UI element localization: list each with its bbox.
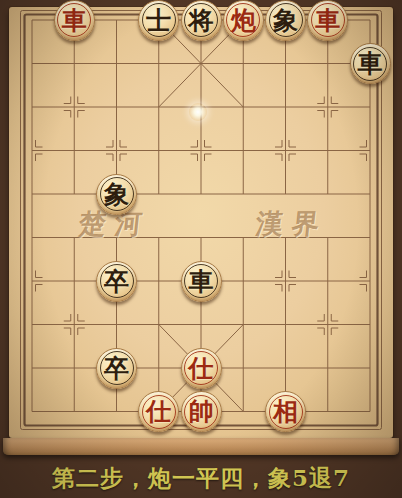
piece-red-r8c4[interactable]: 仕 [181, 348, 222, 389]
move-caption: 第二步，炮一平四，象5退7 [0, 463, 402, 494]
piece-glyph: 車 [189, 269, 214, 294]
piece-black-r6c4[interactable]: 車 [181, 261, 222, 302]
piece-black-r1c8[interactable]: 車 [350, 43, 391, 84]
piece-glyph: 士 [146, 8, 171, 33]
piece-red-r9c3[interactable]: 仕 [138, 391, 179, 432]
piece-black-r0c3[interactable]: 士 [138, 0, 179, 41]
xiangqi-app-window: 楚河 漢界 車士将炮象車車象卒車卒仕仕帥相 第二步，炮一平四，象5退7 [0, 0, 402, 498]
piece-glyph: 帥 [189, 399, 214, 424]
piece-glyph: 車 [62, 8, 87, 33]
piece-glyph: 象 [273, 8, 298, 33]
piece-glyph: 象 [104, 182, 129, 207]
piece-black-r0c4[interactable]: 将 [181, 0, 222, 41]
piece-black-r0c6[interactable]: 象 [265, 0, 306, 41]
piece-glyph: 相 [273, 399, 298, 424]
piece-glyph: 将 [189, 8, 214, 33]
piece-red-r0c5[interactable]: 炮 [223, 0, 264, 41]
piece-black-r8c2[interactable]: 卒 [96, 348, 137, 389]
piece-glyph: 炮 [231, 8, 256, 33]
piece-glyph: 仕 [146, 399, 171, 424]
piece-glyph: 車 [358, 51, 383, 76]
piece-glyph: 卒 [104, 269, 129, 294]
piece-black-r4c2[interactable]: 象 [96, 174, 137, 215]
piece-red-r9c6[interactable]: 相 [265, 391, 306, 432]
piece-red-r0c1[interactable]: 車 [54, 0, 95, 41]
board-front-edge [3, 438, 399, 455]
piece-glyph: 車 [315, 8, 340, 33]
piece-red-r9c4[interactable]: 帥 [181, 391, 222, 432]
piece-glyph: 卒 [104, 356, 129, 381]
piece-black-r6c2[interactable]: 卒 [96, 261, 137, 302]
piece-red-r0c7[interactable]: 車 [307, 0, 348, 41]
piece-glyph: 仕 [189, 356, 214, 381]
